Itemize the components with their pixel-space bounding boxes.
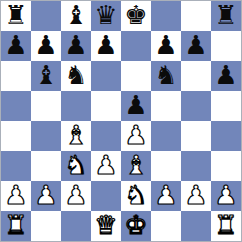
square-a2[interactable]: ♟	[1, 181, 31, 211]
square-a7[interactable]: ♟	[1, 31, 31, 61]
piece-white-knight: ♞	[124, 181, 147, 210]
square-h5[interactable]	[211, 91, 241, 121]
square-a4[interactable]	[1, 121, 31, 151]
square-c1[interactable]	[61, 211, 91, 241]
square-a6[interactable]	[1, 61, 31, 91]
square-e5[interactable]: ♟	[121, 91, 151, 121]
piece-black-pawn: ♟	[4, 31, 27, 60]
piece-white-rook: ♜	[214, 211, 237, 240]
chess-board: ♜♝♛♚♜♟♟♟♟♟♟♝♞♞♟♟♝♟♞♟♝♟♟♟♞♟♟♟♜♛♚♜	[0, 0, 242, 242]
square-g3[interactable]	[181, 151, 211, 181]
square-b8[interactable]	[31, 1, 61, 31]
square-f1[interactable]	[151, 211, 181, 241]
square-g4[interactable]	[181, 121, 211, 151]
square-c5[interactable]	[61, 91, 91, 121]
square-h7[interactable]	[211, 31, 241, 61]
square-f8[interactable]	[151, 1, 181, 31]
square-c6[interactable]: ♞	[61, 61, 91, 91]
square-d1[interactable]: ♛	[91, 211, 121, 241]
piece-black-bishop: ♝	[34, 61, 57, 90]
square-e2[interactable]: ♞	[121, 181, 151, 211]
square-f2[interactable]: ♟	[151, 181, 181, 211]
square-b1[interactable]	[31, 211, 61, 241]
square-b3[interactable]	[31, 151, 61, 181]
square-c3[interactable]: ♞	[61, 151, 91, 181]
square-f5[interactable]	[151, 91, 181, 121]
piece-black-queen: ♛	[94, 1, 117, 30]
piece-white-queen: ♛	[94, 211, 117, 240]
square-e4[interactable]: ♟	[121, 121, 151, 151]
square-b6[interactable]: ♝	[31, 61, 61, 91]
square-c4[interactable]: ♝	[61, 121, 91, 151]
piece-black-king: ♚	[124, 1, 147, 30]
square-d2[interactable]	[91, 181, 121, 211]
square-g8[interactable]	[181, 1, 211, 31]
square-f7[interactable]: ♟	[151, 31, 181, 61]
square-e3[interactable]: ♝	[121, 151, 151, 181]
piece-white-bishop: ♝	[64, 121, 87, 150]
square-h8[interactable]: ♜	[211, 1, 241, 31]
square-g6[interactable]	[181, 61, 211, 91]
square-e1[interactable]: ♚	[121, 211, 151, 241]
square-g1[interactable]	[181, 211, 211, 241]
square-h4[interactable]	[211, 121, 241, 151]
square-f4[interactable]	[151, 121, 181, 151]
square-h2[interactable]: ♟	[211, 181, 241, 211]
piece-black-bishop: ♝	[64, 1, 87, 30]
square-f3[interactable]	[151, 151, 181, 181]
square-a1[interactable]: ♜	[1, 211, 31, 241]
square-c7[interactable]: ♟	[61, 31, 91, 61]
piece-white-knight: ♞	[64, 151, 87, 180]
square-d8[interactable]: ♛	[91, 1, 121, 31]
square-d5[interactable]	[91, 91, 121, 121]
square-h6[interactable]: ♟	[211, 61, 241, 91]
piece-black-rook: ♜	[214, 1, 237, 30]
piece-white-king: ♚	[124, 211, 147, 240]
piece-white-pawn: ♟	[34, 181, 57, 210]
piece-black-rook: ♜	[4, 1, 27, 30]
piece-black-pawn: ♟	[214, 61, 237, 90]
piece-white-pawn: ♟	[184, 181, 207, 210]
square-a5[interactable]	[1, 91, 31, 121]
piece-black-pawn: ♟	[34, 31, 57, 60]
piece-white-bishop: ♝	[124, 151, 147, 180]
piece-black-pawn: ♟	[154, 31, 177, 60]
piece-black-pawn: ♟	[184, 31, 207, 60]
piece-black-pawn: ♟	[64, 31, 87, 60]
square-h3[interactable]	[211, 151, 241, 181]
square-d3[interactable]: ♟	[91, 151, 121, 181]
piece-white-pawn: ♟	[154, 181, 177, 210]
square-g7[interactable]: ♟	[181, 31, 211, 61]
piece-white-pawn: ♟	[214, 181, 237, 210]
square-d4[interactable]	[91, 121, 121, 151]
square-d6[interactable]	[91, 61, 121, 91]
piece-white-pawn: ♟	[124, 121, 147, 150]
piece-black-pawn: ♟	[124, 91, 147, 120]
square-b4[interactable]	[31, 121, 61, 151]
square-e8[interactable]: ♚	[121, 1, 151, 31]
square-b5[interactable]	[31, 91, 61, 121]
piece-black-knight: ♞	[154, 61, 177, 90]
piece-black-pawn: ♟	[94, 31, 117, 60]
piece-white-pawn: ♟	[94, 151, 117, 180]
square-f6[interactable]: ♞	[151, 61, 181, 91]
square-a3[interactable]	[1, 151, 31, 181]
piece-white-pawn: ♟	[4, 181, 27, 210]
square-e7[interactable]	[121, 31, 151, 61]
square-b7[interactable]: ♟	[31, 31, 61, 61]
square-c8[interactable]: ♝	[61, 1, 91, 31]
piece-white-pawn: ♟	[64, 181, 87, 210]
square-a8[interactable]: ♜	[1, 1, 31, 31]
square-e6[interactable]	[121, 61, 151, 91]
square-d7[interactable]: ♟	[91, 31, 121, 61]
piece-black-knight: ♞	[64, 61, 87, 90]
square-c2[interactable]: ♟	[61, 181, 91, 211]
piece-white-rook: ♜	[4, 211, 27, 240]
square-b2[interactable]: ♟	[31, 181, 61, 211]
square-g2[interactable]: ♟	[181, 181, 211, 211]
square-g5[interactable]	[181, 91, 211, 121]
square-h1[interactable]: ♜	[211, 211, 241, 241]
